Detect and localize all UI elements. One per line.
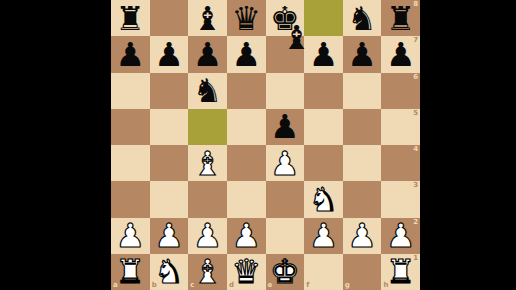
square-e1[interactable]: e♚: [266, 254, 305, 290]
square-a4[interactable]: [111, 145, 150, 181]
rank-coordinate-4: 4: [413, 146, 418, 153]
white-rook-h1[interactable]: ♜: [386, 255, 416, 288]
white-pawn-c2[interactable]: ♟: [193, 219, 223, 252]
letterbox-background: ♜♝♛♚♞8♜♟♟♟♟♟♟7♟♞6♟5♝♟4♞3♟♟♟♟♟♟2♟a♜b♞c♝d♛…: [0, 0, 516, 290]
white-pawn-d2[interactable]: ♟: [231, 219, 261, 252]
square-f1[interactable]: f: [304, 254, 343, 290]
black-rook-a8[interactable]: ♜: [116, 2, 146, 35]
white-rook-a1[interactable]: ♜: [116, 255, 146, 288]
white-pawn-h2[interactable]: ♟: [386, 219, 416, 252]
square-b8[interactable]: [150, 0, 189, 36]
square-c6[interactable]: ♞: [188, 73, 227, 109]
square-e4[interactable]: ♟: [266, 145, 305, 181]
square-e6[interactable]: [266, 73, 305, 109]
square-a8[interactable]: ♜: [111, 0, 150, 36]
square-f2[interactable]: ♟: [304, 218, 343, 254]
square-b4[interactable]: [150, 145, 189, 181]
square-b2[interactable]: ♟: [150, 218, 189, 254]
square-g6[interactable]: [343, 73, 382, 109]
white-pawn-a2[interactable]: ♟: [116, 219, 146, 252]
square-b3[interactable]: [150, 181, 189, 217]
square-f6[interactable]: [304, 73, 343, 109]
square-d4[interactable]: [227, 145, 266, 181]
square-f5[interactable]: [304, 109, 343, 145]
black-pawn-c7[interactable]: ♟: [193, 38, 223, 71]
white-pawn-f2[interactable]: ♟: [309, 219, 339, 252]
square-a7[interactable]: ♟: [111, 36, 150, 72]
black-pawn-b7[interactable]: ♟: [154, 38, 184, 71]
black-pawn-e5[interactable]: ♟: [270, 110, 300, 143]
square-a1[interactable]: a♜: [111, 254, 150, 290]
square-c7[interactable]: ♟: [188, 36, 227, 72]
file-coordinate-g: g: [345, 282, 350, 289]
rank-coordinate-6: 6: [413, 74, 418, 81]
square-d8[interactable]: ♛: [227, 0, 266, 36]
black-pawn-g7[interactable]: ♟: [347, 38, 377, 71]
black-queen-d8[interactable]: ♛: [231, 2, 261, 35]
rank-coordinate-3: 3: [413, 182, 418, 189]
square-d1[interactable]: d♛: [227, 254, 266, 290]
square-a2[interactable]: ♟: [111, 218, 150, 254]
square-h1[interactable]: 1h♜: [381, 254, 420, 290]
square-h4[interactable]: 4: [381, 145, 420, 181]
square-c2[interactable]: ♟: [188, 218, 227, 254]
square-b1[interactable]: b♞: [150, 254, 189, 290]
white-pawn-b2[interactable]: ♟: [154, 219, 184, 252]
black-pawn-d7[interactable]: ♟: [231, 38, 261, 71]
square-c1[interactable]: c♝: [188, 254, 227, 290]
square-h2[interactable]: 2♟: [381, 218, 420, 254]
square-h6[interactable]: 6: [381, 73, 420, 109]
black-pawn-h7[interactable]: ♟: [386, 38, 416, 71]
square-h8[interactable]: 8♜: [381, 0, 420, 36]
black-bishop-glyph: ♝: [282, 21, 312, 54]
square-f3[interactable]: ♞: [304, 181, 343, 217]
black-bishop-c8[interactable]: ♝: [193, 2, 223, 35]
square-h3[interactable]: 3: [381, 181, 420, 217]
white-bishop-c1[interactable]: ♝: [193, 255, 223, 288]
square-a3[interactable]: [111, 181, 150, 217]
black-pawn-a7[interactable]: ♟: [116, 38, 146, 71]
square-h7[interactable]: 7♟: [381, 36, 420, 72]
animating-black-bishop[interactable]: ♝: [277, 19, 316, 55]
square-g8[interactable]: ♞: [343, 0, 382, 36]
white-knight-b1[interactable]: ♞: [154, 255, 184, 288]
square-g7[interactable]: ♟: [343, 36, 382, 72]
square-c3[interactable]: [188, 181, 227, 217]
square-h5[interactable]: 5: [381, 109, 420, 145]
square-g1[interactable]: g: [343, 254, 382, 290]
square-e5[interactable]: ♟: [266, 109, 305, 145]
black-knight-g8[interactable]: ♞: [347, 2, 377, 35]
square-a6[interactable]: [111, 73, 150, 109]
square-b7[interactable]: ♟: [150, 36, 189, 72]
square-g4[interactable]: [343, 145, 382, 181]
file-coordinate-f: f: [306, 282, 309, 289]
square-f4[interactable]: [304, 145, 343, 181]
square-e2[interactable]: [266, 218, 305, 254]
white-king-e1[interactable]: ♚: [270, 255, 300, 288]
square-b6[interactable]: [150, 73, 189, 109]
square-g5[interactable]: [343, 109, 382, 145]
square-g2[interactable]: ♟: [343, 218, 382, 254]
square-b5[interactable]: [150, 109, 189, 145]
square-g3[interactable]: [343, 181, 382, 217]
square-c4[interactable]: ♝: [188, 145, 227, 181]
black-rook-h8[interactable]: ♜: [386, 2, 416, 35]
white-pawn-g2[interactable]: ♟: [347, 219, 377, 252]
square-d2[interactable]: ♟: [227, 218, 266, 254]
rank-coordinate-5: 5: [413, 110, 418, 117]
chess-board[interactable]: ♜♝♛♚♞8♜♟♟♟♟♟♟7♟♞6♟5♝♟4♞3♟♟♟♟♟♟2♟a♜b♞c♝d♛…: [111, 0, 420, 290]
white-knight-f3[interactable]: ♞: [309, 183, 339, 216]
white-bishop-c4[interactable]: ♝: [193, 147, 223, 180]
square-e3[interactable]: [266, 181, 305, 217]
black-knight-c6[interactable]: ♞: [193, 74, 223, 107]
square-d5[interactable]: [227, 109, 266, 145]
square-c8[interactable]: ♝: [188, 0, 227, 36]
square-a5[interactable]: [111, 109, 150, 145]
square-d6[interactable]: [227, 73, 266, 109]
square-d3[interactable]: [227, 181, 266, 217]
white-pawn-e4[interactable]: ♟: [270, 147, 300, 180]
square-d7[interactable]: ♟: [227, 36, 266, 72]
white-queen-d1[interactable]: ♛: [231, 255, 261, 288]
square-c5[interactable]: [188, 109, 227, 145]
